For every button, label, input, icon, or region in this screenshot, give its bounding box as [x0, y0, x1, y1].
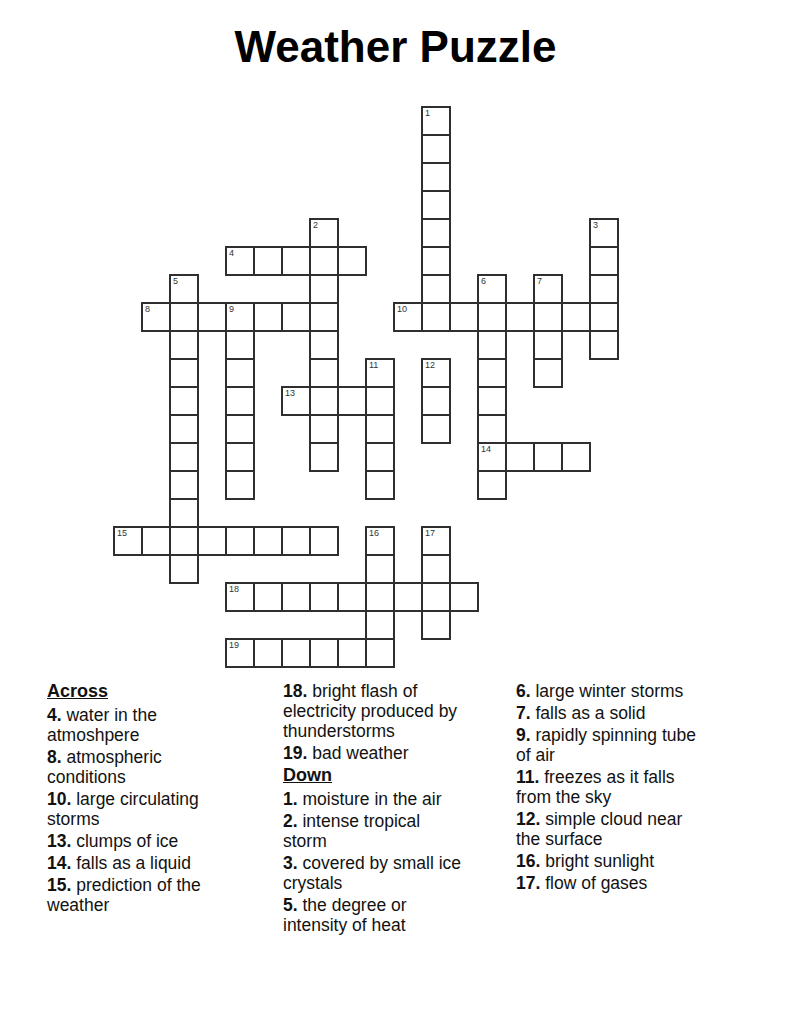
grid-cell[interactable]: [421, 134, 451, 164]
grid-cell[interactable]: 11: [365, 358, 395, 388]
grid-cell[interactable]: [477, 386, 507, 416]
clue-text: simple cloud near the surface: [516, 809, 682, 849]
grid-cell[interactable]: [421, 386, 451, 416]
grid-cell[interactable]: [589, 246, 619, 276]
grid-cell[interactable]: [309, 330, 339, 360]
grid-cell[interactable]: [253, 582, 283, 612]
clue-number: 14.: [47, 853, 71, 873]
clue-number: 8.: [47, 747, 62, 767]
cell-number: 15: [117, 528, 127, 538]
grid-cell[interactable]: [281, 246, 311, 276]
grid-cell[interactable]: [281, 526, 311, 556]
grid-cell[interactable]: [561, 302, 591, 332]
grid-cell[interactable]: [561, 442, 591, 472]
grid-cell[interactable]: [365, 582, 395, 612]
clue-item: 19. bad weather: [283, 743, 505, 763]
page-title: Weather Puzzle: [0, 22, 791, 73]
grid-cell[interactable]: [253, 246, 283, 276]
cell-number: 8: [145, 304, 150, 314]
clue-number: 15.: [47, 875, 71, 895]
clue-number: 9.: [516, 725, 531, 745]
clue-item: 6. large winter storms: [516, 681, 756, 701]
clue-number: 3.: [283, 853, 298, 873]
cell-number: 4: [229, 248, 234, 258]
clue-item: 7. falls as a solid: [516, 703, 756, 723]
clue-number: 18.: [283, 681, 307, 701]
grid-cell[interactable]: [169, 302, 199, 332]
clue-item: 17. flow of gases: [516, 873, 756, 893]
grid-cell[interactable]: [309, 358, 339, 388]
grid-cell[interactable]: [225, 330, 255, 360]
clue-text: bright sunlight: [540, 851, 654, 871]
grid-cell[interactable]: 9: [225, 302, 255, 332]
clue-item: 10. large circulating storms: [47, 789, 269, 829]
clue-text: falls as a solid: [531, 703, 646, 723]
grid-cell[interactable]: 8: [141, 302, 171, 332]
grid-cell[interactable]: [225, 358, 255, 388]
clue-text: flow of gases: [540, 873, 647, 893]
grid-cell[interactable]: 12: [421, 358, 451, 388]
grid-cell[interactable]: [589, 302, 619, 332]
grid-cell[interactable]: [281, 302, 311, 332]
grid-cell[interactable]: [421, 274, 451, 304]
grid-cell[interactable]: [365, 442, 395, 472]
grid-cell[interactable]: [309, 246, 339, 276]
cell-number: 3: [593, 220, 598, 230]
grid-cell[interactable]: 1: [421, 106, 451, 136]
grid-cell[interactable]: [477, 330, 507, 360]
grid-cell[interactable]: [533, 302, 563, 332]
grid-cell[interactable]: 3: [589, 218, 619, 248]
grid-cell[interactable]: [169, 554, 199, 584]
grid-cell[interactable]: [505, 442, 535, 472]
grid-cell[interactable]: [225, 442, 255, 472]
grid-cell[interactable]: [477, 414, 507, 444]
grid-cell[interactable]: [309, 414, 339, 444]
grid-cell[interactable]: 16: [365, 526, 395, 556]
cell-number: 7: [537, 276, 542, 286]
cell-number: 19: [229, 640, 239, 650]
grid-cell[interactable]: [337, 246, 367, 276]
cell-number: 1: [425, 108, 430, 118]
clue-item: 16. bright sunlight: [516, 851, 756, 871]
clue-number: 6.: [516, 681, 531, 701]
clue-item: 15. prediction of the weather: [47, 875, 269, 915]
clue-item: 4. water in the atmoshpere: [47, 705, 269, 745]
clue-number: 13.: [47, 831, 71, 851]
clue-text: the degree or intensity of heat: [283, 895, 407, 935]
grid-cell[interactable]: [169, 330, 199, 360]
grid-cell[interactable]: [309, 302, 339, 332]
clue-text: covered by small ice crystals: [283, 853, 461, 893]
grid-cell[interactable]: [421, 302, 451, 332]
clue-text: clumps of ice: [71, 831, 178, 851]
clue-text: atmospheric conditions: [47, 747, 162, 787]
clue-text: intense tropical storm: [283, 811, 420, 851]
grid-cell[interactable]: [281, 638, 311, 668]
grid-cell[interactable]: [225, 414, 255, 444]
grid-cell[interactable]: [421, 190, 451, 220]
clue-number: 11.: [516, 767, 539, 787]
grid-cell[interactable]: [477, 470, 507, 500]
cell-number: 17: [425, 528, 435, 538]
grid-cell[interactable]: [533, 330, 563, 360]
clue-text: freezes as it falls from the sky: [516, 767, 675, 807]
grid-cell[interactable]: [337, 386, 367, 416]
grid-cell[interactable]: [169, 386, 199, 416]
grid-cell[interactable]: 7: [533, 274, 563, 304]
grid-cell[interactable]: [533, 358, 563, 388]
grid-cell[interactable]: [309, 582, 339, 612]
cell-number: 10: [397, 304, 407, 314]
grid-cell[interactable]: [337, 638, 367, 668]
grid-cell[interactable]: [253, 638, 283, 668]
clues-section: Across4. water in the atmoshpere8. atmos…: [0, 681, 791, 941]
clue-text: rapidly spinning tube of air: [516, 725, 696, 765]
clue-item: 14. falls as a liquid: [47, 853, 269, 873]
grid-cell[interactable]: 2: [309, 218, 339, 248]
clue-text: water in the atmoshpere: [47, 705, 157, 745]
cell-number: 12: [425, 360, 435, 370]
grid-cell[interactable]: 14: [477, 442, 507, 472]
cell-number: 2: [313, 220, 318, 230]
grid-cell[interactable]: 4: [225, 246, 255, 276]
clue-number: 16.: [516, 851, 540, 871]
grid-cell[interactable]: 6: [477, 274, 507, 304]
grid-cell[interactable]: 15: [113, 526, 143, 556]
grid-cell[interactable]: [421, 554, 451, 584]
clue-number: 5.: [283, 895, 298, 915]
clue-column: 18. bright flash of electricity produced…: [283, 681, 505, 937]
grid-cell[interactable]: [477, 358, 507, 388]
clue-text: falls as a liquid: [71, 853, 191, 873]
cell-number: 16: [369, 528, 379, 538]
clue-item: 2. intense tropical storm: [283, 811, 505, 851]
grid-cell[interactable]: [225, 470, 255, 500]
clue-text: bright flash of electricity produced by …: [283, 681, 457, 741]
clue-item: 5. the degree or intensity of heat: [283, 895, 505, 935]
cell-number: 18: [229, 584, 239, 594]
grid-cell[interactable]: [477, 302, 507, 332]
grid-cell[interactable]: [421, 414, 451, 444]
grid-cell[interactable]: [449, 582, 479, 612]
grid-cell[interactable]: [225, 526, 255, 556]
clue-number: 12.: [516, 809, 540, 829]
grid-cell[interactable]: [421, 218, 451, 248]
clue-number: 10.: [47, 789, 71, 809]
grid-cell[interactable]: 10: [393, 302, 423, 332]
grid-cell[interactable]: 17: [421, 526, 451, 556]
grid-cell[interactable]: [169, 498, 199, 528]
clue-item: 3. covered by small ice crystals: [283, 853, 505, 893]
grid-cell[interactable]: [309, 526, 339, 556]
clue-number: 19.: [283, 743, 307, 763]
grid-cell[interactable]: 18: [225, 582, 255, 612]
clue-list-heading: Across: [47, 681, 269, 701]
clue-column: 6. large winter storms7. falls as a soli…: [516, 681, 756, 895]
clue-item: 1. moisture in the air: [283, 789, 505, 809]
clue-text: bad weather: [307, 743, 408, 763]
grid-cell[interactable]: [169, 414, 199, 444]
cell-number: 9: [229, 304, 234, 314]
grid-cell[interactable]: [365, 470, 395, 500]
grid-cell[interactable]: [309, 386, 339, 416]
grid-cell[interactable]: [365, 610, 395, 640]
grid-cell[interactable]: 13: [281, 386, 311, 416]
clue-number: 4.: [47, 705, 62, 725]
grid-cell[interactable]: [533, 442, 563, 472]
clue-number: 17.: [516, 873, 540, 893]
grid-cell[interactable]: [421, 246, 451, 276]
cell-number: 14: [481, 444, 491, 454]
grid-cell[interactable]: [169, 526, 199, 556]
clue-number: 2.: [283, 811, 298, 831]
grid-cell[interactable]: [365, 554, 395, 584]
grid-cell[interactable]: 19: [225, 638, 255, 668]
clue-text: moisture in the air: [298, 789, 442, 809]
clue-item: 9. rapidly spinning tube of air: [516, 725, 756, 765]
grid-cell[interactable]: [253, 526, 283, 556]
grid-cell[interactable]: [365, 386, 395, 416]
puzzle-page: Weather Puzzle 1234567891011121314151617…: [0, 0, 791, 1024]
grid-cell[interactable]: [421, 610, 451, 640]
grid-cell[interactable]: [589, 330, 619, 360]
clue-text: large winter storms: [531, 681, 684, 701]
clue-number: 7.: [516, 703, 531, 723]
grid-cell[interactable]: [393, 582, 423, 612]
clue-item: 11. freezes as it falls from the sky: [516, 767, 756, 807]
grid-cell[interactable]: [589, 274, 619, 304]
cell-number: 11: [369, 360, 378, 370]
grid-cell[interactable]: [169, 442, 199, 472]
cell-number: 13: [285, 388, 295, 398]
crossword-grid: 12345678910111213141516171819: [113, 106, 621, 670]
grid-cell[interactable]: [197, 302, 227, 332]
grid-cell[interactable]: [365, 414, 395, 444]
grid-cell[interactable]: [197, 526, 227, 556]
grid-cell[interactable]: [169, 358, 199, 388]
grid-cell[interactable]: [337, 582, 367, 612]
clue-item: 18. bright flash of electricity produced…: [283, 681, 505, 741]
cell-number: 6: [481, 276, 486, 286]
clue-item: 13. clumps of ice: [47, 831, 269, 851]
grid-cell[interactable]: [421, 162, 451, 192]
grid-cell[interactable]: 5: [169, 274, 199, 304]
clue-column: Across4. water in the atmoshpere8. atmos…: [47, 681, 269, 917]
grid-cell[interactable]: [309, 442, 339, 472]
grid-cell[interactable]: [449, 302, 479, 332]
grid-cell[interactable]: [421, 582, 451, 612]
grid-cell[interactable]: [309, 638, 339, 668]
clue-number: 1.: [283, 789, 298, 809]
grid-cell[interactable]: [365, 638, 395, 668]
clue-text: prediction of the weather: [47, 875, 201, 915]
clue-list-heading: Down: [283, 765, 505, 785]
grid-cell[interactable]: [169, 470, 199, 500]
grid-cell[interactable]: [253, 302, 283, 332]
clue-item: 12. simple cloud near the surface: [516, 809, 756, 849]
grid-cell[interactable]: [225, 386, 255, 416]
cell-number: 5: [173, 276, 178, 286]
grid-cell[interactable]: [141, 526, 171, 556]
grid-cell[interactable]: [505, 302, 535, 332]
clue-item: 8. atmospheric conditions: [47, 747, 269, 787]
grid-cell[interactable]: [281, 582, 311, 612]
grid-cell[interactable]: [309, 274, 339, 304]
